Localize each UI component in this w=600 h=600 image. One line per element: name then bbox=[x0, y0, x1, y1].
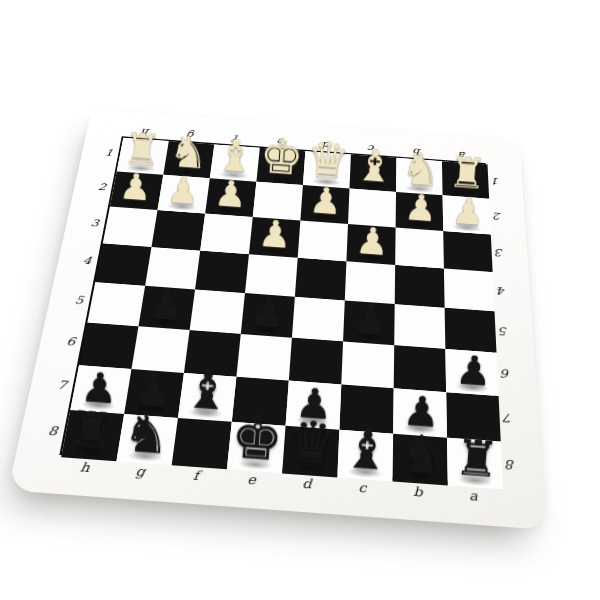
rank-label-right-4: 4 bbox=[497, 284, 506, 296]
white-pawn-f2[interactable]: ♟ bbox=[213, 175, 248, 214]
file-label-top-d: d bbox=[323, 140, 331, 150]
rank-label-left-5: 5 bbox=[74, 293, 85, 306]
rank-label-right-7: 7 bbox=[503, 410, 513, 424]
square-b3[interactable] bbox=[395, 228, 444, 269]
file-label-top-c: c bbox=[369, 143, 376, 153]
square-e5[interactable]: ♟ bbox=[241, 293, 295, 338]
white-pawn-b2[interactable]: ♟ bbox=[403, 189, 438, 228]
file-label-top-e: e bbox=[278, 137, 286, 147]
square-h6[interactable] bbox=[79, 323, 138, 369]
square-d5[interactable] bbox=[292, 297, 345, 342]
square-h2[interactable]: ♟ bbox=[110, 171, 163, 210]
square-e1[interactable]: ♚ bbox=[256, 148, 305, 185]
square-c8[interactable]: ♝ bbox=[337, 430, 393, 482]
square-c6[interactable] bbox=[341, 341, 394, 388]
rank-label-left-7: 7 bbox=[56, 378, 67, 392]
square-f2[interactable]: ♟ bbox=[205, 178, 256, 217]
product-photo-scene: hgfedcba 12345678 ♜♞♝♚♛♝♞♜♟♟♟♟♟♟♟♟♟♟♟♟♟♟… bbox=[0, 0, 600, 600]
file-label-top-b: b bbox=[414, 147, 422, 157]
rank-label-left-1: 1 bbox=[104, 147, 114, 158]
vinyl-chess-mat: hgfedcba 12345678 ♜♞♝♚♛♝♞♜♟♟♟♟♟♟♟♟♟♟♟♟♟♟… bbox=[8, 109, 547, 530]
rank-label-right-2: 2 bbox=[493, 210, 501, 221]
white-pawn-a2[interactable]: ♟ bbox=[451, 193, 486, 232]
square-d6[interactable] bbox=[289, 338, 343, 385]
file-label-bottom-a: a bbox=[469, 488, 478, 504]
black-bishop-f7[interactable]: ♝ bbox=[183, 364, 232, 418]
square-h3[interactable] bbox=[103, 207, 158, 247]
rank-label-right-3: 3 bbox=[495, 246, 504, 258]
square-a2[interactable]: ♟ bbox=[443, 195, 491, 234]
white-pawn-c3[interactable]: ♟ bbox=[354, 222, 390, 261]
file-label-bottom-c: c bbox=[358, 480, 366, 495]
mat-corner bbox=[485, 146, 509, 165]
file-label-bottom-b: b bbox=[413, 484, 422, 500]
black-pawn-c5[interactable]: ♟ bbox=[351, 300, 389, 341]
square-b4[interactable] bbox=[395, 265, 445, 308]
black-rook-h8[interactable]: ♜ bbox=[67, 404, 115, 457]
file-label-top-a: a bbox=[459, 150, 466, 160]
square-a5[interactable] bbox=[445, 308, 497, 353]
square-h5[interactable] bbox=[87, 282, 145, 326]
white-pawn-d2[interactable]: ♟ bbox=[308, 182, 343, 221]
square-c5[interactable]: ♟ bbox=[343, 300, 395, 345]
square-d8[interactable]: ♛ bbox=[282, 426, 339, 478]
file-label-bottom-e: e bbox=[247, 472, 257, 487]
rank-label-right-8: 8 bbox=[506, 457, 516, 472]
black-knight-g8[interactable]: ♞ bbox=[121, 406, 171, 461]
rank-label-left-3: 3 bbox=[90, 217, 100, 229]
square-a3[interactable] bbox=[443, 231, 492, 272]
square-e6[interactable] bbox=[236, 334, 292, 381]
file-label-bottom-d: d bbox=[302, 476, 312, 491]
square-b6[interactable] bbox=[394, 345, 446, 392]
square-c1[interactable]: ♝ bbox=[349, 154, 396, 191]
black-pawn-e5[interactable]: ♟ bbox=[249, 292, 287, 333]
square-e3[interactable]: ♟ bbox=[249, 217, 300, 258]
rank-label-left-8: 8 bbox=[47, 423, 59, 438]
square-d4[interactable] bbox=[295, 258, 347, 301]
square-g6[interactable] bbox=[132, 326, 190, 373]
rank-label-right-1: 1 bbox=[492, 175, 500, 186]
white-pawn-g2[interactable]: ♟ bbox=[166, 172, 201, 211]
white-pawn-h2[interactable]: ♟ bbox=[118, 168, 153, 207]
rank-label-left-4: 4 bbox=[82, 254, 92, 266]
square-a8[interactable]: ♜ bbox=[447, 438, 503, 490]
file-label-top-h: h bbox=[141, 127, 150, 137]
mat-corner bbox=[98, 118, 125, 137]
file-label-top-f: f bbox=[233, 133, 239, 143]
square-d3[interactable] bbox=[298, 221, 348, 262]
black-rook-a8[interactable]: ♜ bbox=[453, 432, 501, 485]
chess-board: ♜♞♝♚♛♝♞♜♟♟♟♟♟♟♟♟♟♟♟♟♟♟♝♟♟♜♞♚♛♝♞♜ bbox=[59, 136, 500, 487]
square-f3[interactable] bbox=[200, 214, 253, 255]
square-g3[interactable] bbox=[151, 210, 205, 251]
square-h4[interactable] bbox=[95, 243, 151, 285]
file-label-top-g: g bbox=[186, 130, 195, 140]
square-b2[interactable]: ♟ bbox=[396, 192, 444, 231]
white-pawn-e3[interactable]: ♟ bbox=[257, 215, 293, 254]
rank-label-left-6: 6 bbox=[65, 334, 76, 347]
black-queen-d8[interactable]: ♛ bbox=[284, 412, 340, 473]
black-king-e8[interactable]: ♚ bbox=[229, 408, 285, 469]
black-bishop-c8[interactable]: ♝ bbox=[342, 422, 392, 477]
rank-label-right-6: 6 bbox=[501, 366, 510, 380]
square-a4[interactable] bbox=[444, 269, 495, 312]
square-b8[interactable]: ♞ bbox=[393, 434, 448, 486]
square-g5[interactable]: ♟ bbox=[138, 286, 195, 330]
board-frame: hgfedcba 12345678 ♜♞♝♚♛♝♞♜♟♟♟♟♟♟♟♟♟♟♟♟♟♟… bbox=[25, 118, 531, 516]
square-b5[interactable] bbox=[394, 304, 445, 349]
rank-label-right-5: 5 bbox=[499, 324, 508, 337]
file-label-bottom-f: f bbox=[193, 468, 200, 483]
black-pawn-a6[interactable]: ♟ bbox=[454, 349, 493, 391]
square-f5[interactable] bbox=[190, 289, 245, 333]
black-knight-b8[interactable]: ♞ bbox=[397, 426, 447, 481]
board-mat-wrap: hgfedcba 12345678 ♜♞♝♚♛♝♞♜♟♟♟♟♟♟♟♟♟♟♟♟♟♟… bbox=[37, 39, 549, 551]
square-h8[interactable]: ♜ bbox=[61, 410, 124, 461]
square-g8[interactable]: ♞ bbox=[116, 414, 178, 465]
square-c3[interactable]: ♟ bbox=[346, 224, 395, 265]
square-f7[interactable]: ♝ bbox=[178, 373, 236, 422]
square-a6[interactable]: ♟ bbox=[445, 349, 498, 396]
file-label-bottom-g: g bbox=[135, 464, 146, 479]
rank-label-left-2: 2 bbox=[97, 181, 107, 192]
square-e8[interactable]: ♚ bbox=[227, 422, 286, 474]
square-f8[interactable] bbox=[172, 418, 232, 469]
square-g2[interactable]: ♟ bbox=[158, 175, 210, 214]
file-label-bottom-h: h bbox=[79, 460, 91, 475]
mat-corner bbox=[501, 487, 531, 515]
square-d2[interactable]: ♟ bbox=[300, 185, 349, 224]
square-f4[interactable] bbox=[195, 251, 249, 293]
black-pawn-g5[interactable]: ♟ bbox=[147, 285, 185, 326]
